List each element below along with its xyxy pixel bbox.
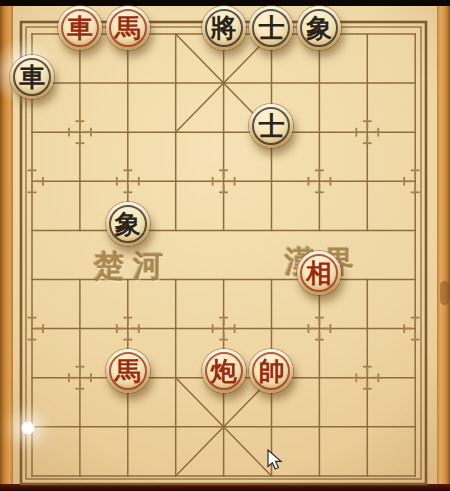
board-point[interactable] [56,205,104,254]
piece-red-cannon[interactable]: 炮 [202,349,246,393]
board-point[interactable] [247,254,295,303]
board-point[interactable] [104,402,152,451]
board-point[interactable] [200,156,248,205]
board-point[interactable] [391,156,439,205]
piece-label: 炮 [211,358,237,384]
board-point[interactable] [391,402,439,451]
board-point[interactable] [8,254,56,303]
board-point[interactable] [247,58,295,107]
board-point[interactable] [343,254,391,303]
piece-label: 象 [306,15,332,41]
board-point[interactable] [247,304,295,353]
piece-red-horse-2[interactable]: 馬 [106,349,150,393]
board-point[interactable]: 馬 [104,9,152,58]
piece-label: 士 [258,15,284,41]
board-point[interactable] [391,254,439,303]
board-point[interactable] [152,58,200,107]
board-point[interactable] [343,156,391,205]
piece-red-chariot[interactable]: 車 [58,6,102,50]
board-point[interactable] [152,254,200,303]
board-point[interactable] [247,402,295,451]
board-point[interactable] [391,451,439,491]
piece-black-chariot[interactable]: 車 [10,55,54,99]
board-point[interactable]: 車 [8,58,56,107]
board-point[interactable] [56,451,104,491]
board-point[interactable] [104,254,152,303]
piece-black-advisor-1[interactable]: 士 [249,6,293,50]
board-point[interactable] [8,451,56,491]
board-point[interactable] [152,107,200,156]
board-point[interactable]: 象 [295,9,343,58]
board-point[interactable] [295,107,343,156]
board-point[interactable] [200,58,248,107]
board-point[interactable] [391,205,439,254]
board-point[interactable] [200,402,248,451]
board-point[interactable] [56,402,104,451]
piece-label: 車 [19,64,45,90]
board-point[interactable] [56,156,104,205]
board[interactable]: 車馬將士象車士象相馬炮帥 [8,9,439,491]
piece-label: 象 [115,211,141,237]
board-point[interactable] [295,304,343,353]
board-point[interactable] [8,304,56,353]
board-point[interactable] [8,353,56,402]
board-point[interactable] [391,9,439,58]
piece-black-elephant-2[interactable]: 象 [106,202,150,246]
board-point[interactable] [343,304,391,353]
board-point[interactable] [200,254,248,303]
board-point[interactable] [295,402,343,451]
board-point[interactable] [295,353,343,402]
board-point[interactable]: 馬 [104,353,152,402]
board-point[interactable] [295,205,343,254]
board-point[interactable] [56,107,104,156]
board-point[interactable] [8,205,56,254]
board-point[interactable] [152,353,200,402]
board-point[interactable]: 炮 [200,353,248,402]
board-point[interactable] [343,9,391,58]
board-point[interactable] [295,58,343,107]
board-point[interactable] [152,451,200,491]
board-point[interactable] [56,254,104,303]
board-point[interactable] [104,58,152,107]
piece-black-general[interactable]: 將 [202,6,246,50]
board-point[interactable] [8,156,56,205]
piece-red-general[interactable]: 帥 [249,349,293,393]
board-point[interactable] [104,107,152,156]
piece-red-elephant[interactable]: 相 [297,251,341,295]
board-point[interactable] [152,9,200,58]
board-point[interactable] [391,304,439,353]
board-point[interactable] [152,156,200,205]
piece-red-horse-1[interactable]: 馬 [106,6,150,50]
board-point[interactable] [8,107,56,156]
board-point[interactable]: 相 [295,254,343,303]
board-point[interactable] [152,304,200,353]
board-point[interactable] [8,402,56,451]
piece-label: 車 [67,15,93,41]
board-point[interactable] [343,58,391,107]
piece-label: 相 [306,260,332,286]
xiangqi-game-screen: 楚河 漢界 車馬將士象車士象相馬炮帥 [0,0,450,491]
board-point[interactable] [343,353,391,402]
piece-black-advisor-2[interactable]: 士 [249,104,293,148]
board-point[interactable] [56,58,104,107]
board-point[interactable] [391,353,439,402]
board-point[interactable]: 士 [247,9,295,58]
board-point[interactable] [152,402,200,451]
board-point[interactable] [104,451,152,491]
board-point[interactable] [295,156,343,205]
board-point[interactable]: 士 [247,107,295,156]
board-point[interactable] [295,451,343,491]
board-point[interactable] [343,205,391,254]
board-point[interactable] [247,451,295,491]
board-point[interactable] [200,304,248,353]
board-point[interactable] [104,304,152,353]
board-point[interactable] [152,205,200,254]
piece-label: 士 [258,113,284,139]
board-point[interactable] [247,156,295,205]
board-point[interactable] [104,156,152,205]
board-point[interactable] [56,353,104,402]
board-point[interactable] [200,107,248,156]
board-point[interactable]: 車 [56,9,104,58]
board-point[interactable] [391,107,439,156]
board-point[interactable] [56,304,104,353]
board-point[interactable]: 象 [104,205,152,254]
piece-label: 馬 [115,358,141,384]
board-point[interactable]: 帥 [247,353,295,402]
board-point[interactable]: 將 [200,9,248,58]
board-point[interactable] [200,205,248,254]
board-point[interactable] [343,402,391,451]
board-point[interactable] [8,9,56,58]
board-point[interactable] [200,451,248,491]
piece-black-elephant-1[interactable]: 象 [297,6,341,50]
board-point[interactable] [343,107,391,156]
board-point[interactable] [343,451,391,491]
piece-label: 馬 [115,15,141,41]
board-point[interactable] [391,58,439,107]
piece-label: 帥 [258,358,284,384]
piece-label: 將 [211,15,237,41]
board-point[interactable] [247,205,295,254]
